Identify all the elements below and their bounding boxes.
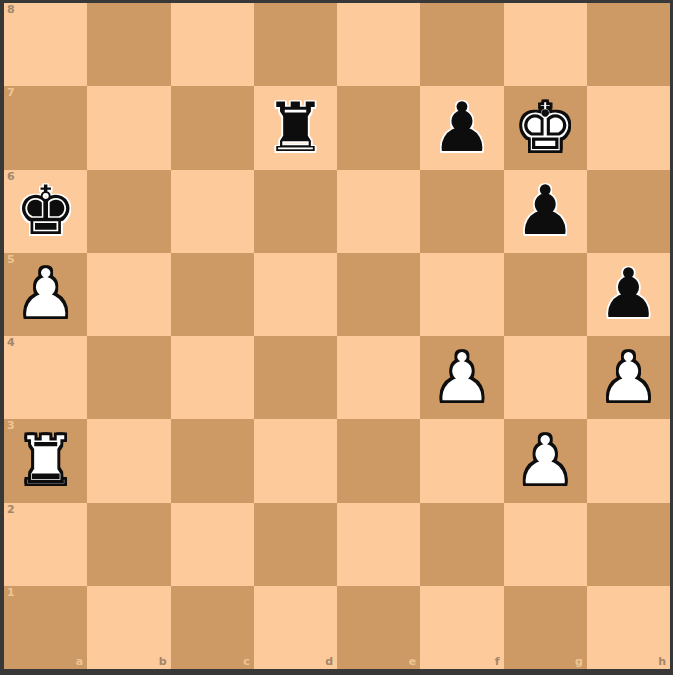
rank-label-2: 2: [7, 504, 15, 515]
black-pawn-g6[interactable]: ♟: [504, 170, 587, 253]
file-label-h: h: [658, 656, 666, 667]
square-b3[interactable]: [87, 419, 170, 502]
square-c3[interactable]: [171, 419, 254, 502]
square-g4[interactable]: [504, 336, 587, 419]
square-h6[interactable]: [587, 170, 670, 253]
square-f3[interactable]: [420, 419, 503, 502]
square-f4[interactable]: ♟: [420, 336, 503, 419]
square-f7[interactable]: ♟: [420, 86, 503, 169]
square-b1[interactable]: b: [87, 586, 170, 669]
square-d3[interactable]: [254, 419, 337, 502]
square-d8[interactable]: [254, 3, 337, 86]
square-f8[interactable]: [420, 3, 503, 86]
square-h5[interactable]: ♟: [587, 253, 670, 336]
white-pawn-g3[interactable]: ♟: [504, 419, 587, 502]
square-h7[interactable]: [587, 86, 670, 169]
square-f1[interactable]: f: [420, 586, 503, 669]
square-g2[interactable]: [504, 503, 587, 586]
square-d7[interactable]: ♜: [254, 86, 337, 169]
square-b6[interactable]: [87, 170, 170, 253]
square-h4[interactable]: ♟: [587, 336, 670, 419]
square-b8[interactable]: [87, 3, 170, 86]
square-c1[interactable]: c: [171, 586, 254, 669]
file-label-b: b: [159, 656, 167, 667]
rank-label-8: 8: [7, 4, 15, 15]
square-g6[interactable]: ♟: [504, 170, 587, 253]
square-g8[interactable]: [504, 3, 587, 86]
square-f6[interactable]: [420, 170, 503, 253]
black-pawn-f7[interactable]: ♟: [420, 86, 503, 169]
black-pawn-h5[interactable]: ♟: [587, 253, 670, 336]
square-c4[interactable]: [171, 336, 254, 419]
square-d1[interactable]: d: [254, 586, 337, 669]
square-e8[interactable]: [337, 3, 420, 86]
square-c5[interactable]: [171, 253, 254, 336]
black-rook-d7[interactable]: ♜: [254, 86, 337, 169]
square-e2[interactable]: [337, 503, 420, 586]
white-pawn-f4[interactable]: ♟: [420, 336, 503, 419]
square-g3[interactable]: ♟: [504, 419, 587, 502]
black-king-a6[interactable]: ♚: [4, 170, 87, 253]
square-a8[interactable]: 8: [4, 3, 87, 86]
square-e7[interactable]: [337, 86, 420, 169]
rank-label-1: 1: [7, 587, 15, 598]
square-e5[interactable]: [337, 253, 420, 336]
square-c8[interactable]: [171, 3, 254, 86]
square-h3[interactable]: [587, 419, 670, 502]
white-king-g7[interactable]: ♚: [504, 86, 587, 169]
square-b7[interactable]: [87, 86, 170, 169]
square-e4[interactable]: [337, 336, 420, 419]
square-c6[interactable]: [171, 170, 254, 253]
file-label-a: a: [76, 656, 83, 667]
square-a3[interactable]: 3♜: [4, 419, 87, 502]
square-d5[interactable]: [254, 253, 337, 336]
square-d6[interactable]: [254, 170, 337, 253]
rank-label-4: 4: [7, 337, 15, 348]
square-h1[interactable]: h: [587, 586, 670, 669]
board-frame: 87♜♟♚6♚♟5♟♟4♟♟3♜♟21abcdefgh: [0, 0, 673, 675]
square-a6[interactable]: 6♚: [4, 170, 87, 253]
white-rook-a3[interactable]: ♜: [4, 419, 87, 502]
square-g5[interactable]: [504, 253, 587, 336]
rank-label-7: 7: [7, 87, 15, 98]
square-f2[interactable]: [420, 503, 503, 586]
square-a4[interactable]: 4: [4, 336, 87, 419]
square-a1[interactable]: 1a: [4, 586, 87, 669]
white-pawn-a5[interactable]: ♟: [4, 253, 87, 336]
square-e1[interactable]: e: [337, 586, 420, 669]
square-h2[interactable]: [587, 503, 670, 586]
file-label-d: d: [325, 656, 333, 667]
square-d2[interactable]: [254, 503, 337, 586]
file-label-c: c: [243, 656, 250, 667]
square-g1[interactable]: g: [504, 586, 587, 669]
square-c2[interactable]: [171, 503, 254, 586]
file-label-f: f: [495, 656, 500, 667]
square-b2[interactable]: [87, 503, 170, 586]
square-h8[interactable]: [587, 3, 670, 86]
file-label-g: g: [575, 656, 583, 667]
square-e6[interactable]: [337, 170, 420, 253]
square-a5[interactable]: 5♟: [4, 253, 87, 336]
square-a2[interactable]: 2: [4, 503, 87, 586]
square-d4[interactable]: [254, 336, 337, 419]
square-e3[interactable]: [337, 419, 420, 502]
white-pawn-h4[interactable]: ♟: [587, 336, 670, 419]
square-g7[interactable]: ♚: [504, 86, 587, 169]
square-b4[interactable]: [87, 336, 170, 419]
square-b5[interactable]: [87, 253, 170, 336]
square-f5[interactable]: [420, 253, 503, 336]
file-label-e: e: [409, 656, 416, 667]
square-c7[interactable]: [171, 86, 254, 169]
square-a7[interactable]: 7: [4, 86, 87, 169]
chess-board: 87♜♟♚6♚♟5♟♟4♟♟3♜♟21abcdefgh: [4, 3, 670, 669]
